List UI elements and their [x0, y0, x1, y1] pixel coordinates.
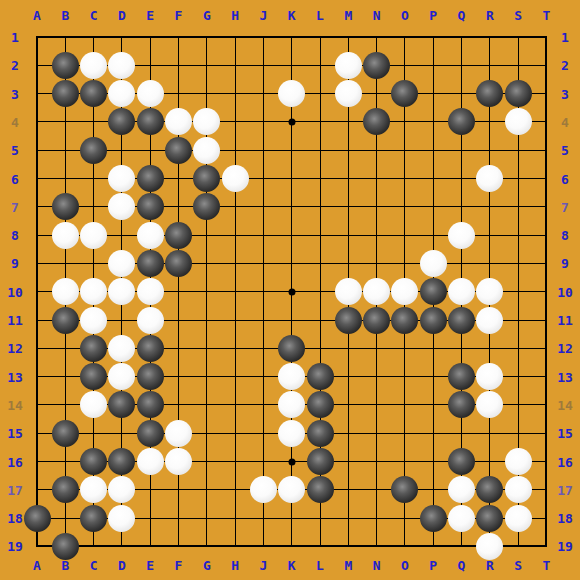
point-J10[interactable] [249, 278, 277, 306]
point-T4[interactable] [532, 108, 560, 136]
point-F19[interactable] [165, 532, 193, 560]
point-J11[interactable] [249, 306, 277, 334]
point-O6[interactable] [391, 165, 419, 193]
point-M10[interactable] [334, 278, 362, 306]
point-S3[interactable] [504, 80, 532, 108]
point-B2[interactable] [51, 51, 79, 79]
point-Q9[interactable] [448, 249, 476, 277]
point-E18[interactable] [136, 504, 164, 532]
point-R14[interactable] [476, 391, 504, 419]
point-A16[interactable] [23, 448, 51, 476]
point-M14[interactable] [334, 391, 362, 419]
point-N16[interactable] [363, 448, 391, 476]
point-K18[interactable] [278, 504, 306, 532]
point-Q12[interactable] [448, 334, 476, 362]
point-S13[interactable] [504, 363, 532, 391]
point-F11[interactable] [165, 306, 193, 334]
point-F5[interactable] [165, 136, 193, 164]
point-N6[interactable] [363, 165, 391, 193]
point-B6[interactable] [51, 165, 79, 193]
point-H4[interactable] [221, 108, 249, 136]
point-E17[interactable] [136, 476, 164, 504]
point-M12[interactable] [334, 334, 362, 362]
point-S14[interactable] [504, 391, 532, 419]
point-T3[interactable] [532, 80, 560, 108]
point-D15[interactable] [108, 419, 136, 447]
point-F18[interactable] [165, 504, 193, 532]
point-Q7[interactable] [448, 193, 476, 221]
point-P14[interactable] [419, 391, 447, 419]
point-N19[interactable] [363, 532, 391, 560]
point-H18[interactable] [221, 504, 249, 532]
point-S17[interactable] [504, 476, 532, 504]
point-E10[interactable] [136, 278, 164, 306]
point-E16[interactable] [136, 448, 164, 476]
point-N18[interactable] [363, 504, 391, 532]
point-B5[interactable] [51, 136, 79, 164]
point-O4[interactable] [391, 108, 419, 136]
point-R17[interactable] [476, 476, 504, 504]
point-R2[interactable] [476, 51, 504, 79]
point-R10[interactable] [476, 278, 504, 306]
point-F10[interactable] [165, 278, 193, 306]
point-C8[interactable] [80, 221, 108, 249]
point-S12[interactable] [504, 334, 532, 362]
point-R11[interactable] [476, 306, 504, 334]
point-S9[interactable] [504, 249, 532, 277]
point-S10[interactable] [504, 278, 532, 306]
point-M8[interactable] [334, 221, 362, 249]
point-E2[interactable] [136, 51, 164, 79]
point-C7[interactable] [80, 193, 108, 221]
point-O14[interactable] [391, 391, 419, 419]
point-K1[interactable] [278, 23, 306, 51]
point-G2[interactable] [193, 51, 221, 79]
point-P7[interactable] [419, 193, 447, 221]
point-E8[interactable] [136, 221, 164, 249]
point-D16[interactable] [108, 448, 136, 476]
point-R3[interactable] [476, 80, 504, 108]
point-Q19[interactable] [448, 532, 476, 560]
point-T12[interactable] [532, 334, 560, 362]
point-L12[interactable] [306, 334, 334, 362]
point-P11[interactable] [419, 306, 447, 334]
point-F17[interactable] [165, 476, 193, 504]
point-F2[interactable] [165, 51, 193, 79]
point-K5[interactable] [278, 136, 306, 164]
point-T10[interactable] [532, 278, 560, 306]
point-H11[interactable] [221, 306, 249, 334]
point-C15[interactable] [80, 419, 108, 447]
point-Q13[interactable] [448, 363, 476, 391]
point-L10[interactable] [306, 278, 334, 306]
point-R6[interactable] [476, 165, 504, 193]
point-E9[interactable] [136, 249, 164, 277]
point-L2[interactable] [306, 51, 334, 79]
point-G4[interactable] [193, 108, 221, 136]
point-C17[interactable] [80, 476, 108, 504]
point-H12[interactable] [221, 334, 249, 362]
point-R1[interactable] [476, 23, 504, 51]
point-T2[interactable] [532, 51, 560, 79]
point-E13[interactable] [136, 363, 164, 391]
point-H3[interactable] [221, 80, 249, 108]
point-N4[interactable] [363, 108, 391, 136]
point-T7[interactable] [532, 193, 560, 221]
point-G19[interactable] [193, 532, 221, 560]
point-B8[interactable] [51, 221, 79, 249]
point-S4[interactable] [504, 108, 532, 136]
point-P2[interactable] [419, 51, 447, 79]
point-Q10[interactable] [448, 278, 476, 306]
point-F12[interactable] [165, 334, 193, 362]
point-A19[interactable] [23, 532, 51, 560]
point-J9[interactable] [249, 249, 277, 277]
point-N7[interactable] [363, 193, 391, 221]
point-G1[interactable] [193, 23, 221, 51]
point-O11[interactable] [391, 306, 419, 334]
point-O9[interactable] [391, 249, 419, 277]
point-D6[interactable] [108, 165, 136, 193]
point-H13[interactable] [221, 363, 249, 391]
point-S19[interactable] [504, 532, 532, 560]
point-B10[interactable] [51, 278, 79, 306]
point-M2[interactable] [334, 51, 362, 79]
point-J19[interactable] [249, 532, 277, 560]
point-B16[interactable] [51, 448, 79, 476]
point-J8[interactable] [249, 221, 277, 249]
point-R8[interactable] [476, 221, 504, 249]
point-S8[interactable] [504, 221, 532, 249]
point-K10[interactable] [278, 278, 306, 306]
point-K15[interactable] [278, 419, 306, 447]
point-E7[interactable] [136, 193, 164, 221]
point-O2[interactable] [391, 51, 419, 79]
point-L5[interactable] [306, 136, 334, 164]
point-H5[interactable] [221, 136, 249, 164]
point-R7[interactable] [476, 193, 504, 221]
point-T16[interactable] [532, 448, 560, 476]
point-A7[interactable] [23, 193, 51, 221]
point-B19[interactable] [51, 532, 79, 560]
point-T19[interactable] [532, 532, 560, 560]
point-D8[interactable] [108, 221, 136, 249]
point-D18[interactable] [108, 504, 136, 532]
point-H8[interactable] [221, 221, 249, 249]
point-N5[interactable] [363, 136, 391, 164]
point-A12[interactable] [23, 334, 51, 362]
point-G13[interactable] [193, 363, 221, 391]
point-F9[interactable] [165, 249, 193, 277]
point-M13[interactable] [334, 363, 362, 391]
point-T18[interactable] [532, 504, 560, 532]
point-N8[interactable] [363, 221, 391, 249]
point-K9[interactable] [278, 249, 306, 277]
point-B4[interactable] [51, 108, 79, 136]
point-H15[interactable] [221, 419, 249, 447]
point-E14[interactable] [136, 391, 164, 419]
point-C18[interactable] [80, 504, 108, 532]
point-Q3[interactable] [448, 80, 476, 108]
point-E11[interactable] [136, 306, 164, 334]
point-N2[interactable] [363, 51, 391, 79]
point-P13[interactable] [419, 363, 447, 391]
point-J13[interactable] [249, 363, 277, 391]
point-F15[interactable] [165, 419, 193, 447]
point-J17[interactable] [249, 476, 277, 504]
point-H16[interactable] [221, 448, 249, 476]
point-A4[interactable] [23, 108, 51, 136]
point-S18[interactable] [504, 504, 532, 532]
point-J5[interactable] [249, 136, 277, 164]
point-M7[interactable] [334, 193, 362, 221]
point-H1[interactable] [221, 23, 249, 51]
point-N13[interactable] [363, 363, 391, 391]
point-H9[interactable] [221, 249, 249, 277]
point-Q14[interactable] [448, 391, 476, 419]
point-Q17[interactable] [448, 476, 476, 504]
point-G18[interactable] [193, 504, 221, 532]
point-L9[interactable] [306, 249, 334, 277]
point-D4[interactable] [108, 108, 136, 136]
point-D9[interactable] [108, 249, 136, 277]
point-K8[interactable] [278, 221, 306, 249]
point-Q18[interactable] [448, 504, 476, 532]
point-F16[interactable] [165, 448, 193, 476]
point-J6[interactable] [249, 165, 277, 193]
point-T13[interactable] [532, 363, 560, 391]
point-A13[interactable] [23, 363, 51, 391]
point-O3[interactable] [391, 80, 419, 108]
point-G8[interactable] [193, 221, 221, 249]
point-C10[interactable] [80, 278, 108, 306]
point-G3[interactable] [193, 80, 221, 108]
point-O15[interactable] [391, 419, 419, 447]
point-G5[interactable] [193, 136, 221, 164]
point-S5[interactable] [504, 136, 532, 164]
point-B12[interactable] [51, 334, 79, 362]
point-A9[interactable] [23, 249, 51, 277]
point-J16[interactable] [249, 448, 277, 476]
point-K16[interactable] [278, 448, 306, 476]
point-K12[interactable] [278, 334, 306, 362]
point-G7[interactable] [193, 193, 221, 221]
point-N1[interactable] [363, 23, 391, 51]
point-S16[interactable] [504, 448, 532, 476]
point-A5[interactable] [23, 136, 51, 164]
point-K3[interactable] [278, 80, 306, 108]
point-E1[interactable] [136, 23, 164, 51]
point-J2[interactable] [249, 51, 277, 79]
point-E6[interactable] [136, 165, 164, 193]
point-L1[interactable] [306, 23, 334, 51]
point-C2[interactable] [80, 51, 108, 79]
point-P12[interactable] [419, 334, 447, 362]
point-R19[interactable] [476, 532, 504, 560]
point-A3[interactable] [23, 80, 51, 108]
point-C1[interactable] [80, 23, 108, 51]
point-J7[interactable] [249, 193, 277, 221]
point-Q1[interactable] [448, 23, 476, 51]
point-K11[interactable] [278, 306, 306, 334]
point-J1[interactable] [249, 23, 277, 51]
point-B3[interactable] [51, 80, 79, 108]
point-Q5[interactable] [448, 136, 476, 164]
point-L16[interactable] [306, 448, 334, 476]
point-Q15[interactable] [448, 419, 476, 447]
point-L11[interactable] [306, 306, 334, 334]
point-M15[interactable] [334, 419, 362, 447]
point-N10[interactable] [363, 278, 391, 306]
point-T6[interactable] [532, 165, 560, 193]
point-D1[interactable] [108, 23, 136, 51]
point-Q6[interactable] [448, 165, 476, 193]
point-D19[interactable] [108, 532, 136, 560]
point-K14[interactable] [278, 391, 306, 419]
point-C14[interactable] [80, 391, 108, 419]
point-B9[interactable] [51, 249, 79, 277]
point-L6[interactable] [306, 165, 334, 193]
point-D14[interactable] [108, 391, 136, 419]
point-G9[interactable] [193, 249, 221, 277]
point-T11[interactable] [532, 306, 560, 334]
point-C11[interactable] [80, 306, 108, 334]
point-F8[interactable] [165, 221, 193, 249]
point-K19[interactable] [278, 532, 306, 560]
point-E19[interactable] [136, 532, 164, 560]
point-A11[interactable] [23, 306, 51, 334]
point-B15[interactable] [51, 419, 79, 447]
point-K6[interactable] [278, 165, 306, 193]
point-L3[interactable] [306, 80, 334, 108]
point-F14[interactable] [165, 391, 193, 419]
point-J14[interactable] [249, 391, 277, 419]
point-L15[interactable] [306, 419, 334, 447]
point-E3[interactable] [136, 80, 164, 108]
point-A10[interactable] [23, 278, 51, 306]
point-R13[interactable] [476, 363, 504, 391]
point-A8[interactable] [23, 221, 51, 249]
point-S7[interactable] [504, 193, 532, 221]
point-P6[interactable] [419, 165, 447, 193]
point-S6[interactable] [504, 165, 532, 193]
point-B17[interactable] [51, 476, 79, 504]
point-F1[interactable] [165, 23, 193, 51]
point-F13[interactable] [165, 363, 193, 391]
point-J4[interactable] [249, 108, 277, 136]
point-S15[interactable] [504, 419, 532, 447]
point-A17[interactable] [23, 476, 51, 504]
point-O8[interactable] [391, 221, 419, 249]
point-O19[interactable] [391, 532, 419, 560]
point-P18[interactable] [419, 504, 447, 532]
point-D12[interactable] [108, 334, 136, 362]
point-B14[interactable] [51, 391, 79, 419]
point-M11[interactable] [334, 306, 362, 334]
point-F7[interactable] [165, 193, 193, 221]
point-H6[interactable] [221, 165, 249, 193]
point-P4[interactable] [419, 108, 447, 136]
point-R4[interactable] [476, 108, 504, 136]
point-M9[interactable] [334, 249, 362, 277]
point-N9[interactable] [363, 249, 391, 277]
point-E12[interactable] [136, 334, 164, 362]
point-M18[interactable] [334, 504, 362, 532]
point-J15[interactable] [249, 419, 277, 447]
point-M1[interactable] [334, 23, 362, 51]
point-B1[interactable] [51, 23, 79, 51]
point-H19[interactable] [221, 532, 249, 560]
point-P17[interactable] [419, 476, 447, 504]
point-L8[interactable] [306, 221, 334, 249]
point-G10[interactable] [193, 278, 221, 306]
point-S11[interactable] [504, 306, 532, 334]
point-G16[interactable] [193, 448, 221, 476]
point-P19[interactable] [419, 532, 447, 560]
point-O13[interactable] [391, 363, 419, 391]
point-G14[interactable] [193, 391, 221, 419]
point-T8[interactable] [532, 221, 560, 249]
point-P1[interactable] [419, 23, 447, 51]
point-T15[interactable] [532, 419, 560, 447]
point-B7[interactable] [51, 193, 79, 221]
point-N15[interactable] [363, 419, 391, 447]
point-C3[interactable] [80, 80, 108, 108]
point-O10[interactable] [391, 278, 419, 306]
point-P16[interactable] [419, 448, 447, 476]
point-T5[interactable] [532, 136, 560, 164]
point-T9[interactable] [532, 249, 560, 277]
point-Q11[interactable] [448, 306, 476, 334]
point-G12[interactable] [193, 334, 221, 362]
point-G6[interactable] [193, 165, 221, 193]
point-R12[interactable] [476, 334, 504, 362]
point-C5[interactable] [80, 136, 108, 164]
point-Q16[interactable] [448, 448, 476, 476]
point-C13[interactable] [80, 363, 108, 391]
point-P5[interactable] [419, 136, 447, 164]
point-N14[interactable] [363, 391, 391, 419]
point-A14[interactable] [23, 391, 51, 419]
point-R5[interactable] [476, 136, 504, 164]
point-E4[interactable] [136, 108, 164, 136]
point-C6[interactable] [80, 165, 108, 193]
point-A15[interactable] [23, 419, 51, 447]
point-M5[interactable] [334, 136, 362, 164]
point-F3[interactable] [165, 80, 193, 108]
point-J3[interactable] [249, 80, 277, 108]
point-S2[interactable] [504, 51, 532, 79]
point-R15[interactable] [476, 419, 504, 447]
point-O7[interactable] [391, 193, 419, 221]
point-D2[interactable] [108, 51, 136, 79]
point-O18[interactable] [391, 504, 419, 532]
point-L4[interactable] [306, 108, 334, 136]
point-O5[interactable] [391, 136, 419, 164]
point-J18[interactable] [249, 504, 277, 532]
point-O1[interactable] [391, 23, 419, 51]
point-J12[interactable] [249, 334, 277, 362]
point-T14[interactable] [532, 391, 560, 419]
point-R18[interactable] [476, 504, 504, 532]
point-A2[interactable] [23, 51, 51, 79]
point-S1[interactable] [504, 23, 532, 51]
point-K17[interactable] [278, 476, 306, 504]
point-O16[interactable] [391, 448, 419, 476]
point-N11[interactable] [363, 306, 391, 334]
point-N17[interactable] [363, 476, 391, 504]
point-P10[interactable] [419, 278, 447, 306]
